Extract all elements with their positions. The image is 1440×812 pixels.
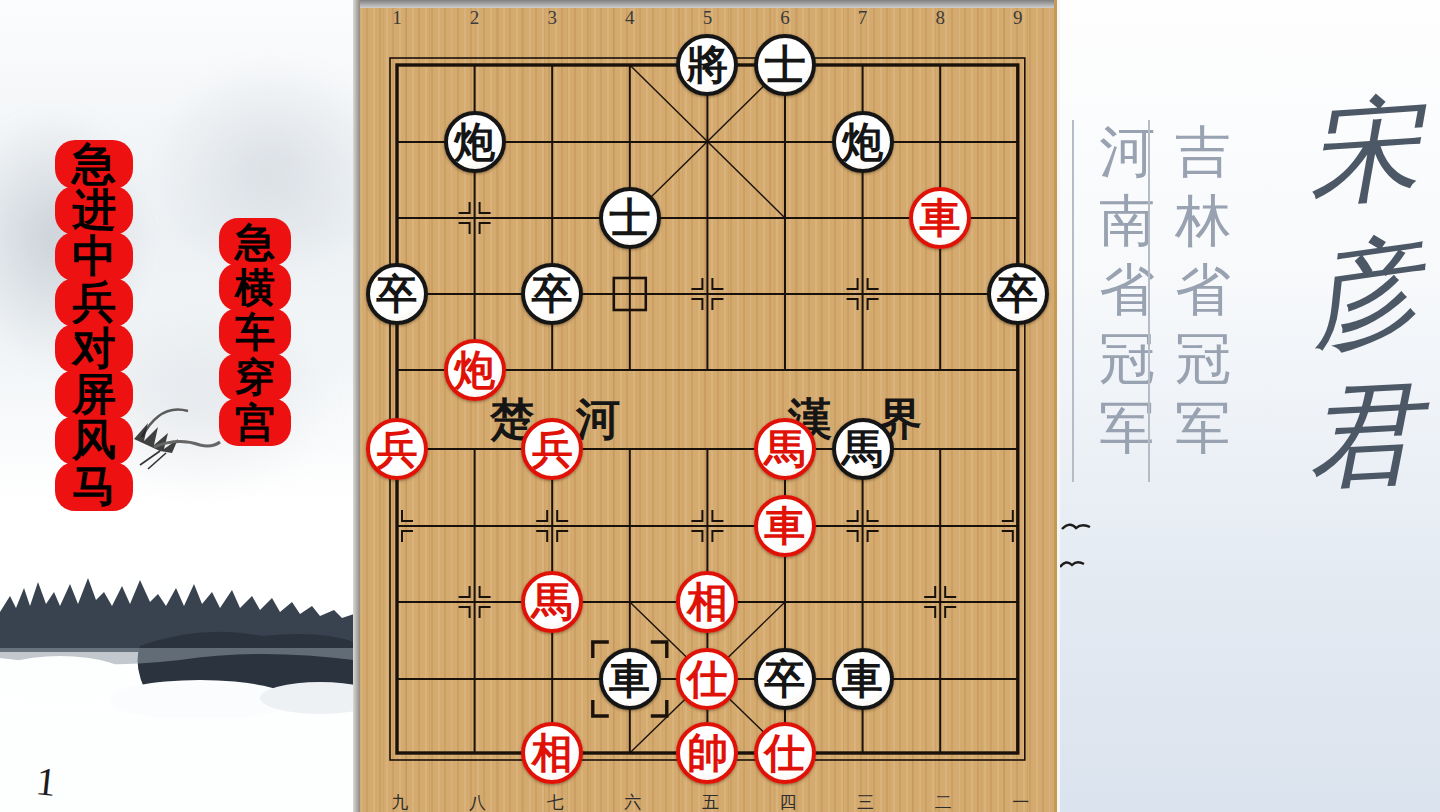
piece-red-兵[interactable]: 兵 — [521, 418, 583, 480]
file-label-bottom: 八 — [467, 791, 489, 812]
file-label-top: 6 — [774, 7, 796, 29]
piece-black-炮[interactable]: 炮 — [444, 111, 506, 173]
piece-red-仕[interactable]: 仕 — [676, 648, 738, 710]
piece-black-卒[interactable]: 卒 — [366, 263, 428, 325]
piece-red-相[interactable]: 相 — [676, 571, 738, 633]
credential-char: 林 — [1175, 187, 1231, 256]
piece-red-馬[interactable]: 馬 — [754, 418, 816, 480]
file-label-top: 2 — [464, 7, 486, 29]
river-label: 河 — [576, 390, 620, 449]
caption-char: 宫 — [219, 398, 291, 446]
signature-char: 君 — [1303, 361, 1422, 509]
credential-rule-line — [1072, 120, 1074, 482]
file-label-top: 3 — [541, 7, 563, 29]
crane-icon — [120, 395, 230, 473]
piece-red-炮[interactable]: 炮 — [444, 339, 506, 401]
credential-char: 省 — [1099, 256, 1155, 325]
file-label-top: 8 — [929, 7, 951, 29]
file-label-bottom: 二 — [932, 791, 954, 812]
piece-red-馬[interactable]: 馬 — [521, 571, 583, 633]
piece-black-卒[interactable]: 卒 — [754, 648, 816, 710]
file-label-top: 4 — [619, 7, 641, 29]
file-label-top: 9 — [1007, 7, 1029, 29]
credential-char: 冠 — [1175, 325, 1231, 394]
credential-char: 军 — [1099, 394, 1155, 463]
left-art-panel: 急进中兵对屏风马 急横车穿宫 1 — [0, 0, 360, 812]
piece-black-卒[interactable]: 卒 — [987, 263, 1049, 325]
credential-rule-line — [1148, 120, 1150, 482]
player-signature: 宋彦君 — [1300, 80, 1425, 506]
file-label-bottom: 三 — [855, 791, 877, 812]
piece-red-相[interactable]: 相 — [521, 722, 583, 784]
credential-char: 省 — [1175, 256, 1231, 325]
credential-text: 吉林省冠军 — [1172, 118, 1234, 463]
file-label-bottom: 七 — [544, 791, 566, 812]
piece-black-士[interactable]: 士 — [599, 187, 661, 249]
xiangqi-board[interactable]: 123456789九八七六五四三二一 楚河漢界 將士炮炮士車卒卒卒炮兵兵馬馬車馬… — [360, 0, 1057, 812]
piece-red-帥[interactable]: 帥 — [676, 722, 738, 784]
file-label-bottom: 九 — [389, 791, 411, 812]
birds-icon — [1060, 515, 1120, 585]
piece-red-車[interactable]: 車 — [754, 495, 816, 557]
piece-black-馬[interactable]: 馬 — [832, 418, 894, 480]
signature-char: 宋 — [1302, 76, 1424, 225]
file-label-bottom: 五 — [699, 791, 721, 812]
caption-title-vertical: 急进中兵对屏风马 — [55, 143, 133, 511]
piece-black-車[interactable]: 車 — [832, 648, 894, 710]
piece-black-車[interactable]: 車 — [599, 648, 661, 710]
file-label-top: 5 — [696, 7, 718, 29]
credential-char: 吉 — [1175, 118, 1231, 187]
piece-black-士[interactable]: 士 — [754, 34, 816, 96]
credential-char: 南 — [1099, 187, 1155, 256]
caption-char: 马 — [55, 462, 133, 511]
credential-char: 军 — [1175, 394, 1231, 463]
signature-char: 彦 — [1297, 215, 1428, 371]
file-label-bottom: 一 — [1010, 791, 1032, 812]
piece-black-將[interactable]: 將 — [676, 34, 738, 96]
page-number: 1 — [34, 757, 59, 806]
file-label-bottom: 四 — [777, 791, 799, 812]
treeline-art — [0, 548, 354, 718]
file-label-top: 7 — [852, 7, 874, 29]
piece-red-仕[interactable]: 仕 — [754, 722, 816, 784]
caption-subtitle-vertical: 急横车穿宫 — [219, 221, 291, 446]
credential-char: 河 — [1099, 118, 1155, 187]
board-left-edge — [353, 0, 360, 812]
credential-char: 冠 — [1099, 325, 1155, 394]
right-art-panel: 河南省冠军吉林省冠军 宋彦君 — [1060, 0, 1440, 812]
xiangqi-lesson-page: 急进中兵对屏风马 急横车穿宫 1 123456789九八七六五四三二一 楚河漢界… — [0, 0, 1440, 812]
piece-red-車[interactable]: 車 — [909, 187, 971, 249]
file-label-top: 1 — [386, 7, 408, 29]
piece-black-炮[interactable]: 炮 — [832, 111, 894, 173]
file-label-bottom: 六 — [622, 791, 644, 812]
piece-black-卒[interactable]: 卒 — [521, 263, 583, 325]
piece-red-兵[interactable]: 兵 — [366, 418, 428, 480]
